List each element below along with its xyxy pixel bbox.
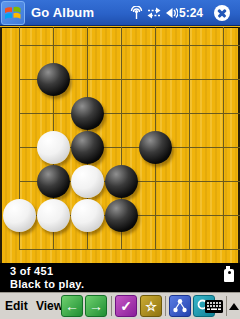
go-board[interactable] [0, 27, 240, 263]
toolbar-separator [111, 296, 112, 316]
start-button[interactable] [1, 1, 25, 25]
stone-black [37, 165, 70, 198]
tree-view-button[interactable] [169, 295, 191, 317]
board-right-border [238, 27, 240, 263]
star-button[interactable]: ☆ [140, 295, 162, 317]
toolbar-separator [165, 296, 166, 316]
check-icon: ✓ [120, 298, 132, 314]
keyboard-icon [205, 300, 223, 313]
stone-black [71, 131, 104, 164]
stone-white [3, 199, 36, 232]
stone-black [105, 199, 138, 232]
turn-indicator: Black to play. [10, 278, 84, 290]
next-button[interactable]: → [85, 295, 107, 317]
tree-icon [172, 298, 188, 314]
grid-line [189, 27, 190, 250]
menu-bar: Edit View ← → ✓ ☆ [0, 292, 240, 319]
lock-icon [224, 269, 234, 282]
stone-black [105, 165, 138, 198]
stone-black [71, 97, 104, 130]
pocketpc-screen: Go Album 5:24 [0, 0, 240, 319]
grid-line [19, 113, 240, 114]
stone-black [139, 131, 172, 164]
stone-white [37, 199, 70, 232]
right-arrow-icon: → [89, 298, 103, 314]
left-arrow-icon: ← [65, 298, 79, 314]
position-counter: 3 of 451 [10, 265, 53, 277]
title-bar: Go Album 5:24 [0, 0, 240, 26]
app-title: Go Album [31, 0, 94, 26]
signal-antenna-icon[interactable] [130, 6, 143, 20]
previous-button[interactable]: ← [61, 295, 83, 317]
grid-line [19, 45, 240, 46]
connectivity-arrows-icon[interactable] [146, 6, 162, 20]
grid-line [223, 27, 224, 250]
stone-black [37, 63, 70, 96]
windows-flag-icon [4, 5, 22, 21]
board-top-border [0, 27, 240, 28]
close-button[interactable] [214, 5, 230, 21]
toolbar-separator [226, 296, 227, 316]
board-left-border [0, 27, 2, 263]
status-bar: 3 of 451 Black to play. [0, 263, 240, 292]
check-button[interactable]: ✓ [115, 295, 137, 317]
input-panel-menu-arrow[interactable] [229, 303, 239, 310]
stone-white [71, 199, 104, 232]
menu-edit[interactable]: Edit [3, 293, 30, 319]
input-panel-button[interactable] [205, 298, 223, 314]
grid-line [19, 249, 240, 250]
star-icon: ☆ [145, 299, 157, 314]
volume-speaker-icon[interactable] [165, 6, 178, 20]
stone-white [37, 131, 70, 164]
stone-white [71, 165, 104, 198]
clock[interactable]: 5:24 [179, 0, 203, 26]
